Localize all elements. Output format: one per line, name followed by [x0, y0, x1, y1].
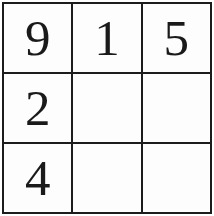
cell-r0c1: 1 [73, 4, 140, 72]
given-digit: 2 [25, 83, 51, 134]
cell-r2c1[interactable] [73, 144, 140, 212]
cell-r1c0: 2 [4, 74, 71, 142]
given-digit: 9 [25, 13, 51, 64]
given-digit: 5 [164, 13, 190, 64]
magic-square-board: 9 1 5 2 4 [2, 2, 212, 214]
cell-r1c2[interactable] [143, 74, 210, 142]
given-digit: 4 [25, 153, 51, 204]
cell-r0c2: 5 [143, 4, 210, 72]
cell-r1c1[interactable] [73, 74, 140, 142]
cell-r2c0: 4 [4, 144, 71, 212]
given-digit: 1 [94, 13, 120, 64]
puzzle-stage: 9 1 5 2 4 [0, 0, 214, 216]
cell-r2c2[interactable] [143, 144, 210, 212]
cell-r0c0: 9 [4, 4, 71, 72]
